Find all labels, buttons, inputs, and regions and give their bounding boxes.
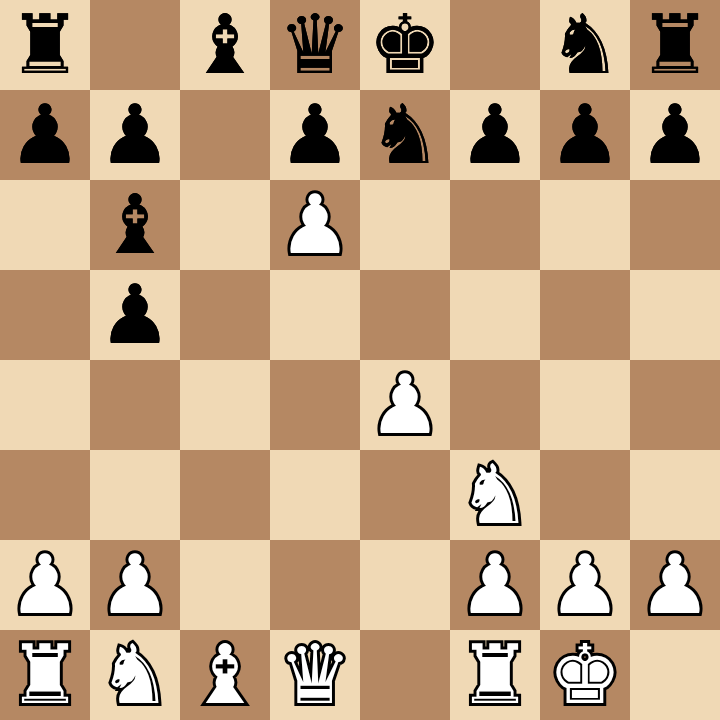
piece-black-pawn[interactable]: [90, 270, 180, 360]
piece-white-pawn[interactable]: [450, 540, 540, 630]
square-a4[interactable]: [0, 360, 90, 450]
square-c1[interactable]: [180, 630, 270, 720]
square-b8[interactable]: [90, 0, 180, 90]
square-c8[interactable]: [180, 0, 270, 90]
square-b7[interactable]: [90, 90, 180, 180]
square-f6[interactable]: [450, 180, 540, 270]
square-h4[interactable]: [630, 360, 720, 450]
chess-board: [0, 0, 720, 720]
piece-black-pawn[interactable]: [0, 90, 90, 180]
piece-black-pawn[interactable]: [630, 90, 720, 180]
square-h3[interactable]: [630, 450, 720, 540]
square-d4[interactable]: [270, 360, 360, 450]
piece-white-king[interactable]: [540, 630, 630, 720]
piece-black-king[interactable]: [360, 0, 450, 90]
piece-black-knight[interactable]: [540, 0, 630, 90]
square-c3[interactable]: [180, 450, 270, 540]
square-g6[interactable]: [540, 180, 630, 270]
square-b4[interactable]: [90, 360, 180, 450]
square-h8[interactable]: [630, 0, 720, 90]
square-g5[interactable]: [540, 270, 630, 360]
square-a1[interactable]: [0, 630, 90, 720]
square-a6[interactable]: [0, 180, 90, 270]
square-f7[interactable]: [450, 90, 540, 180]
square-a5[interactable]: [0, 270, 90, 360]
square-f2[interactable]: [450, 540, 540, 630]
square-f1[interactable]: [450, 630, 540, 720]
square-f5[interactable]: [450, 270, 540, 360]
square-f3[interactable]: [450, 450, 540, 540]
piece-black-rook[interactable]: [0, 0, 90, 90]
piece-white-pawn[interactable]: [270, 180, 360, 270]
piece-white-pawn[interactable]: [90, 540, 180, 630]
square-g7[interactable]: [540, 90, 630, 180]
square-g1[interactable]: [540, 630, 630, 720]
piece-white-knight[interactable]: [450, 450, 540, 540]
square-a7[interactable]: [0, 90, 90, 180]
square-h6[interactable]: [630, 180, 720, 270]
square-c5[interactable]: [180, 270, 270, 360]
square-d2[interactable]: [270, 540, 360, 630]
piece-white-bishop[interactable]: [180, 630, 270, 720]
square-g3[interactable]: [540, 450, 630, 540]
square-b2[interactable]: [90, 540, 180, 630]
square-c4[interactable]: [180, 360, 270, 450]
square-d8[interactable]: [270, 0, 360, 90]
piece-white-pawn[interactable]: [630, 540, 720, 630]
piece-black-queen[interactable]: [270, 0, 360, 90]
square-a3[interactable]: [0, 450, 90, 540]
square-d1[interactable]: [270, 630, 360, 720]
piece-black-bishop[interactable]: [180, 0, 270, 90]
square-h2[interactable]: [630, 540, 720, 630]
square-f8[interactable]: [450, 0, 540, 90]
square-a2[interactable]: [0, 540, 90, 630]
piece-white-rook[interactable]: [0, 630, 90, 720]
piece-black-bishop[interactable]: [90, 180, 180, 270]
square-h1[interactable]: [630, 630, 720, 720]
square-b1[interactable]: [90, 630, 180, 720]
square-b5[interactable]: [90, 270, 180, 360]
piece-black-pawn[interactable]: [450, 90, 540, 180]
square-e8[interactable]: [360, 0, 450, 90]
square-d3[interactable]: [270, 450, 360, 540]
square-e3[interactable]: [360, 450, 450, 540]
square-c2[interactable]: [180, 540, 270, 630]
square-d7[interactable]: [270, 90, 360, 180]
square-f4[interactable]: [450, 360, 540, 450]
piece-white-rook[interactable]: [450, 630, 540, 720]
square-d6[interactable]: [270, 180, 360, 270]
square-c7[interactable]: [180, 90, 270, 180]
piece-black-pawn[interactable]: [90, 90, 180, 180]
square-h5[interactable]: [630, 270, 720, 360]
square-g4[interactable]: [540, 360, 630, 450]
square-b3[interactable]: [90, 450, 180, 540]
square-h7[interactable]: [630, 90, 720, 180]
square-e2[interactable]: [360, 540, 450, 630]
piece-black-pawn[interactable]: [540, 90, 630, 180]
piece-black-pawn[interactable]: [270, 90, 360, 180]
square-g8[interactable]: [540, 0, 630, 90]
square-e6[interactable]: [360, 180, 450, 270]
square-a8[interactable]: [0, 0, 90, 90]
square-e7[interactable]: [360, 90, 450, 180]
square-e5[interactable]: [360, 270, 450, 360]
piece-white-knight[interactable]: [90, 630, 180, 720]
square-b6[interactable]: [90, 180, 180, 270]
square-d5[interactable]: [270, 270, 360, 360]
piece-black-rook[interactable]: [630, 0, 720, 90]
square-c6[interactable]: [180, 180, 270, 270]
piece-white-pawn[interactable]: [540, 540, 630, 630]
piece-white-pawn[interactable]: [0, 540, 90, 630]
square-g2[interactable]: [540, 540, 630, 630]
square-e1[interactable]: [360, 630, 450, 720]
piece-white-pawn[interactable]: [360, 360, 450, 450]
piece-white-queen[interactable]: [270, 630, 360, 720]
piece-black-knight[interactable]: [360, 90, 450, 180]
square-e4[interactable]: [360, 360, 450, 450]
